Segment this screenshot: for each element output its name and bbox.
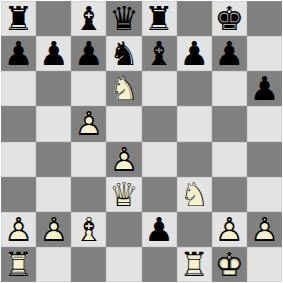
square-h7[interactable]	[247, 36, 282, 71]
square-c6[interactable]	[71, 71, 106, 106]
piece-white-pawn: ♟♙	[212, 212, 247, 247]
square-a3[interactable]	[1, 177, 36, 212]
square-e6[interactable]	[142, 71, 177, 106]
square-f8[interactable]	[177, 1, 212, 36]
square-c1[interactable]	[71, 247, 106, 282]
square-c7[interactable]: ♟	[71, 36, 106, 71]
square-h4[interactable]	[247, 142, 282, 177]
square-c8[interactable]: ♝	[71, 1, 106, 36]
piece-white-pawn: ♟♙	[36, 212, 71, 247]
square-d5[interactable]	[106, 106, 141, 141]
square-h3[interactable]	[247, 177, 282, 212]
square-h8[interactable]	[247, 1, 282, 36]
piece-black-pawn: ♟	[36, 36, 71, 71]
square-d3[interactable]: ♛♕	[106, 177, 141, 212]
piece-black-pawn: ♟	[71, 36, 106, 71]
square-f3[interactable]: ♞♘	[177, 177, 212, 212]
square-d7[interactable]: ♞	[106, 36, 141, 71]
piece-white-rook: ♜♖	[1, 247, 36, 282]
square-e8[interactable]: ♜	[142, 1, 177, 36]
square-h1[interactable]	[247, 247, 282, 282]
square-a5[interactable]	[1, 106, 36, 141]
square-a6[interactable]	[1, 71, 36, 106]
square-g3[interactable]	[212, 177, 247, 212]
square-b3[interactable]	[36, 177, 71, 212]
square-g6[interactable]	[212, 71, 247, 106]
piece-black-pawn: ♟	[247, 71, 282, 106]
piece-black-bishop: ♝	[71, 1, 106, 36]
square-g8[interactable]: ♚	[212, 1, 247, 36]
square-a8[interactable]: ♜	[1, 1, 36, 36]
piece-white-pawn: ♟♙	[106, 142, 141, 177]
square-d1[interactable]	[106, 247, 141, 282]
square-g5[interactable]	[212, 106, 247, 141]
square-e4[interactable]	[142, 142, 177, 177]
piece-white-bishop: ♝♗	[71, 212, 106, 247]
square-a2[interactable]: ♟♙	[1, 212, 36, 247]
square-f1[interactable]: ♜♖	[177, 247, 212, 282]
piece-white-queen: ♛♕	[106, 177, 141, 212]
square-g2[interactable]: ♟♙	[212, 212, 247, 247]
square-b5[interactable]	[36, 106, 71, 141]
piece-white-pawn: ♟♙	[1, 212, 36, 247]
square-e1[interactable]	[142, 247, 177, 282]
square-e2[interactable]: ♟	[142, 212, 177, 247]
piece-black-bishop: ♝	[142, 36, 177, 71]
piece-black-queen: ♛	[106, 1, 141, 36]
square-f5[interactable]	[177, 106, 212, 141]
square-f4[interactable]	[177, 142, 212, 177]
square-g1[interactable]: ♚♔	[212, 247, 247, 282]
piece-black-pawn: ♟	[177, 36, 212, 71]
square-h6[interactable]: ♟	[247, 71, 282, 106]
piece-black-rook: ♜	[142, 1, 177, 36]
square-d8[interactable]: ♛	[106, 1, 141, 36]
piece-black-pawn: ♟	[142, 212, 177, 247]
piece-white-knight: ♞♘	[177, 177, 212, 212]
square-g4[interactable]	[212, 142, 247, 177]
chess-board: ♜♝♛♜♚♟♟♟♞♝♟♟♞♘♟♟♙♟♙♛♕♞♘♟♙♟♙♝♗♟♟♙♟♙♜♖♜♖♚♔	[1, 1, 282, 282]
piece-black-pawn: ♟	[1, 36, 36, 71]
square-e7[interactable]: ♝	[142, 36, 177, 71]
square-c4[interactable]	[71, 142, 106, 177]
square-d4[interactable]: ♟♙	[106, 142, 141, 177]
piece-white-pawn: ♟♙	[71, 106, 106, 141]
square-c2[interactable]: ♝♗	[71, 212, 106, 247]
square-c5[interactable]: ♟♙	[71, 106, 106, 141]
square-b2[interactable]: ♟♙	[36, 212, 71, 247]
square-b4[interactable]	[36, 142, 71, 177]
piece-white-knight: ♞♘	[106, 71, 141, 106]
piece-black-king: ♚	[212, 1, 247, 36]
piece-white-king: ♚♔	[212, 247, 247, 282]
square-a7[interactable]: ♟	[1, 36, 36, 71]
square-h5[interactable]	[247, 106, 282, 141]
chess-board-container: ♜♝♛♜♚♟♟♟♞♝♟♟♞♘♟♟♙♟♙♛♕♞♘♟♙♟♙♝♗♟♟♙♟♙♜♖♜♖♚♔	[0, 0, 283, 283]
square-c3[interactable]	[71, 177, 106, 212]
square-a1[interactable]: ♜♖	[1, 247, 36, 282]
square-h2[interactable]: ♟♙	[247, 212, 282, 247]
square-e5[interactable]	[142, 106, 177, 141]
square-f7[interactable]: ♟	[177, 36, 212, 71]
square-b7[interactable]: ♟	[36, 36, 71, 71]
piece-black-rook: ♜	[1, 1, 36, 36]
piece-black-pawn: ♟	[212, 36, 247, 71]
square-d2[interactable]	[106, 212, 141, 247]
square-b6[interactable]	[36, 71, 71, 106]
piece-white-rook: ♜♖	[177, 247, 212, 282]
piece-white-pawn: ♟♙	[247, 212, 282, 247]
piece-black-knight: ♞	[106, 36, 141, 71]
square-f6[interactable]	[177, 71, 212, 106]
square-b1[interactable]	[36, 247, 71, 282]
square-f2[interactable]	[177, 212, 212, 247]
square-e3[interactable]	[142, 177, 177, 212]
square-d6[interactable]: ♞♘	[106, 71, 141, 106]
square-g7[interactable]: ♟	[212, 36, 247, 71]
square-a4[interactable]	[1, 142, 36, 177]
square-b8[interactable]	[36, 1, 71, 36]
